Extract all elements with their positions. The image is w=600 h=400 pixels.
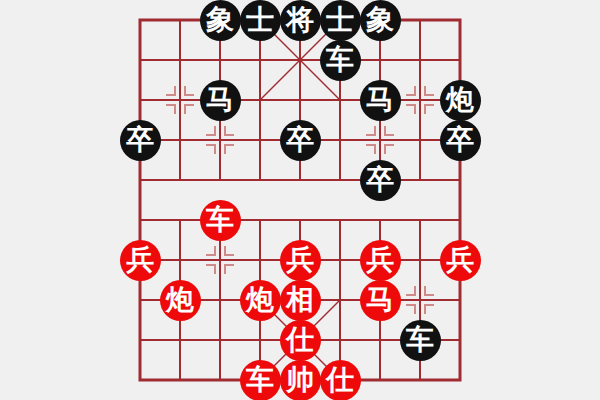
- piece-red-cannon[interactable]: 炮: [240, 280, 281, 321]
- piece-red-pawn[interactable]: 兵: [440, 240, 481, 281]
- piece-black-pawn[interactable]: 卒: [120, 120, 161, 161]
- piece-red-advisor[interactable]: 仕: [320, 360, 361, 400]
- piece-red-pawn[interactable]: 兵: [360, 240, 401, 281]
- piece-black-pawn[interactable]: 卒: [280, 120, 321, 161]
- piece-black-horse[interactable]: 马: [360, 80, 401, 121]
- piece-black-advisor[interactable]: 士: [240, 0, 281, 41]
- piece-red-cannon[interactable]: 炮: [160, 280, 201, 321]
- xiangqi-board: 象士将士象车马马炮卒卒卒卒车车兵兵兵兵炮炮相马仕车帅仕: [0, 0, 600, 400]
- piece-black-chariot[interactable]: 车: [320, 40, 361, 81]
- piece-red-horse[interactable]: 马: [360, 280, 401, 321]
- piece-black-pawn[interactable]: 卒: [440, 120, 481, 161]
- piece-black-cannon[interactable]: 炮: [440, 80, 481, 121]
- piece-red-elephant[interactable]: 相: [280, 280, 321, 321]
- piece-black-chariot[interactable]: 车: [400, 320, 441, 361]
- piece-red-general[interactable]: 帅: [280, 360, 321, 400]
- piece-black-advisor[interactable]: 士: [320, 0, 361, 41]
- piece-red-chariot[interactable]: 车: [200, 200, 241, 241]
- piece-black-horse[interactable]: 马: [200, 80, 241, 121]
- piece-black-elephant[interactable]: 象: [200, 0, 241, 41]
- piece-black-elephant[interactable]: 象: [360, 0, 401, 41]
- piece-black-pawn[interactable]: 卒: [360, 160, 401, 201]
- piece-red-pawn[interactable]: 兵: [280, 240, 321, 281]
- piece-red-pawn[interactable]: 兵: [120, 240, 161, 281]
- piece-red-chariot[interactable]: 车: [240, 360, 281, 400]
- piece-red-advisor[interactable]: 仕: [280, 320, 321, 361]
- pieces-layer: 象士将士象车马马炮卒卒卒卒车车兵兵兵兵炮炮相马仕车帅仕: [0, 0, 600, 400]
- piece-black-general[interactable]: 将: [280, 0, 321, 41]
